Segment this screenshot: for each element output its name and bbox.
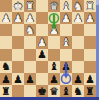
piece-black-pawn[interactable]: ♟: [37, 49, 46, 60]
square-g8[interactable]: [12, 85, 24, 97]
square-d2[interactable]: [48, 12, 60, 24]
square-e4[interactable]: ♟: [36, 36, 48, 48]
square-c1[interactable]: ♝: [60, 0, 72, 12]
piece-white-bishop[interactable]: ♝: [61, 37, 70, 48]
piece-black-queen[interactable]: ♛: [49, 85, 58, 96]
square-c4[interactable]: ♝: [60, 36, 72, 48]
square-h2[interactable]: ♟: [0, 12, 12, 24]
square-e5[interactable]: ♟: [36, 49, 48, 61]
square-a3[interactable]: [84, 24, 96, 36]
square-h4[interactable]: [0, 36, 12, 48]
chess-board[interactable]: ♚♜♛♝♞♜♟♟♟♟♟♟♞♟♟♝♟♞♝♟♟♟♟♟♟♟♜♚♛♝♞♜: [0, 0, 96, 97]
square-c6[interactable]: ♟: [60, 61, 72, 73]
square-h3[interactable]: [0, 24, 12, 36]
square-h8[interactable]: ♜: [0, 85, 12, 97]
square-a8[interactable]: ♜: [84, 85, 96, 97]
square-f7[interactable]: ♟: [24, 73, 36, 85]
square-g5[interactable]: [12, 49, 24, 61]
square-d3[interactable]: ♟: [48, 24, 60, 36]
piece-black-rook[interactable]: ♜: [1, 85, 10, 96]
square-f8[interactable]: [24, 85, 36, 97]
piece-black-bishop[interactable]: ♝: [61, 85, 70, 96]
square-b6[interactable]: [72, 61, 84, 73]
right-edge-scrollbar-strip[interactable]: [96, 0, 99, 97]
square-b5[interactable]: [72, 49, 84, 61]
square-a5[interactable]: [84, 49, 96, 61]
square-h7[interactable]: ♟: [0, 73, 12, 85]
square-a1[interactable]: ♜: [84, 0, 96, 12]
square-g2[interactable]: ♟: [12, 12, 24, 24]
piece-black-pawn[interactable]: ♟: [73, 73, 82, 84]
piece-white-pawn[interactable]: ♟: [61, 12, 70, 23]
square-e7[interactable]: [36, 73, 48, 85]
piece-black-rook[interactable]: ♜: [85, 85, 94, 96]
piece-black-pawn[interactable]: ♟: [25, 73, 34, 84]
piece-white-bishop[interactable]: ♝: [61, 0, 70, 11]
piece-black-bishop[interactable]: ♝: [49, 61, 58, 72]
piece-white-knight[interactable]: ♞: [73, 0, 82, 11]
square-b2[interactable]: ♟: [72, 12, 84, 24]
square-d5[interactable]: [48, 49, 60, 61]
piece-white-queen[interactable]: ♛: [49, 0, 58, 11]
piece-white-pawn[interactable]: ♟: [73, 12, 82, 23]
piece-white-rook[interactable]: ♜: [85, 0, 94, 11]
square-c5[interactable]: [60, 49, 72, 61]
square-d1[interactable]: ♛: [48, 0, 60, 12]
square-c2[interactable]: ♟: [60, 12, 72, 24]
square-e3[interactable]: [36, 24, 48, 36]
square-b8[interactable]: ♞: [72, 85, 84, 97]
piece-white-pawn[interactable]: ♟: [37, 37, 46, 48]
square-b4[interactable]: [72, 36, 84, 48]
square-f1[interactable]: ♜: [24, 0, 36, 12]
square-b1[interactable]: ♞: [72, 0, 84, 12]
piece-black-pawn[interactable]: ♟: [1, 73, 10, 84]
square-e2[interactable]: [36, 12, 48, 24]
piece-white-pawn[interactable]: ♟: [49, 25, 58, 36]
square-f3[interactable]: ♞: [24, 24, 36, 36]
scrollbar-top-segment[interactable]: [96, 0, 99, 5]
piece-white-pawn[interactable]: ♟: [13, 12, 22, 23]
square-h5[interactable]: [0, 49, 12, 61]
square-a6[interactable]: [84, 61, 96, 73]
piece-black-pawn[interactable]: ♟: [61, 61, 70, 72]
piece-black-knight[interactable]: ♞: [1, 61, 10, 72]
piece-black-pawn[interactable]: ♟: [49, 73, 58, 84]
bottom-edge-strip: [0, 97, 99, 100]
square-e1[interactable]: [36, 0, 48, 12]
square-h1[interactable]: [0, 0, 12, 12]
square-g3[interactable]: [12, 24, 24, 36]
square-g1[interactable]: ♚: [12, 0, 24, 12]
square-d7[interactable]: ♟: [48, 73, 60, 85]
square-c8[interactable]: ♝: [60, 85, 72, 97]
piece-white-pawn[interactable]: ♟: [25, 12, 34, 23]
square-a7[interactable]: ♟: [84, 73, 96, 85]
square-f5[interactable]: [24, 49, 36, 61]
square-h6[interactable]: ♞: [0, 61, 12, 73]
square-b3[interactable]: [72, 24, 84, 36]
piece-white-king[interactable]: ♚: [13, 0, 22, 11]
square-c7[interactable]: [60, 73, 72, 85]
square-d4[interactable]: [48, 36, 60, 48]
piece-white-rook[interactable]: ♜: [25, 0, 34, 11]
square-f4[interactable]: [24, 36, 36, 48]
square-a4[interactable]: [84, 36, 96, 48]
square-g4[interactable]: [12, 36, 24, 48]
piece-black-pawn[interactable]: ♟: [13, 73, 22, 84]
square-c3[interactable]: [60, 24, 72, 36]
piece-white-knight[interactable]: ♞: [25, 25, 34, 36]
square-d8[interactable]: ♛: [48, 85, 60, 97]
piece-black-knight[interactable]: ♞: [73, 85, 82, 96]
square-g6[interactable]: [12, 61, 24, 73]
square-e8[interactable]: ♚: [36, 85, 48, 97]
square-d6[interactable]: ♝: [48, 61, 60, 73]
piece-black-pawn[interactable]: ♟: [85, 73, 94, 84]
square-g7[interactable]: ♟: [12, 73, 24, 85]
piece-black-king[interactable]: ♚: [37, 85, 46, 96]
chess-app-window: { "game": "chess", "position": { "fen": …: [0, 0, 99, 100]
square-f6[interactable]: [24, 61, 36, 73]
square-e6[interactable]: [36, 61, 48, 73]
square-a2[interactable]: ♟: [84, 12, 96, 24]
piece-white-pawn[interactable]: ♟: [1, 12, 10, 23]
square-b7[interactable]: ♟: [72, 73, 84, 85]
square-f2[interactable]: ♟: [24, 12, 36, 24]
piece-white-pawn[interactable]: ♟: [85, 12, 94, 23]
